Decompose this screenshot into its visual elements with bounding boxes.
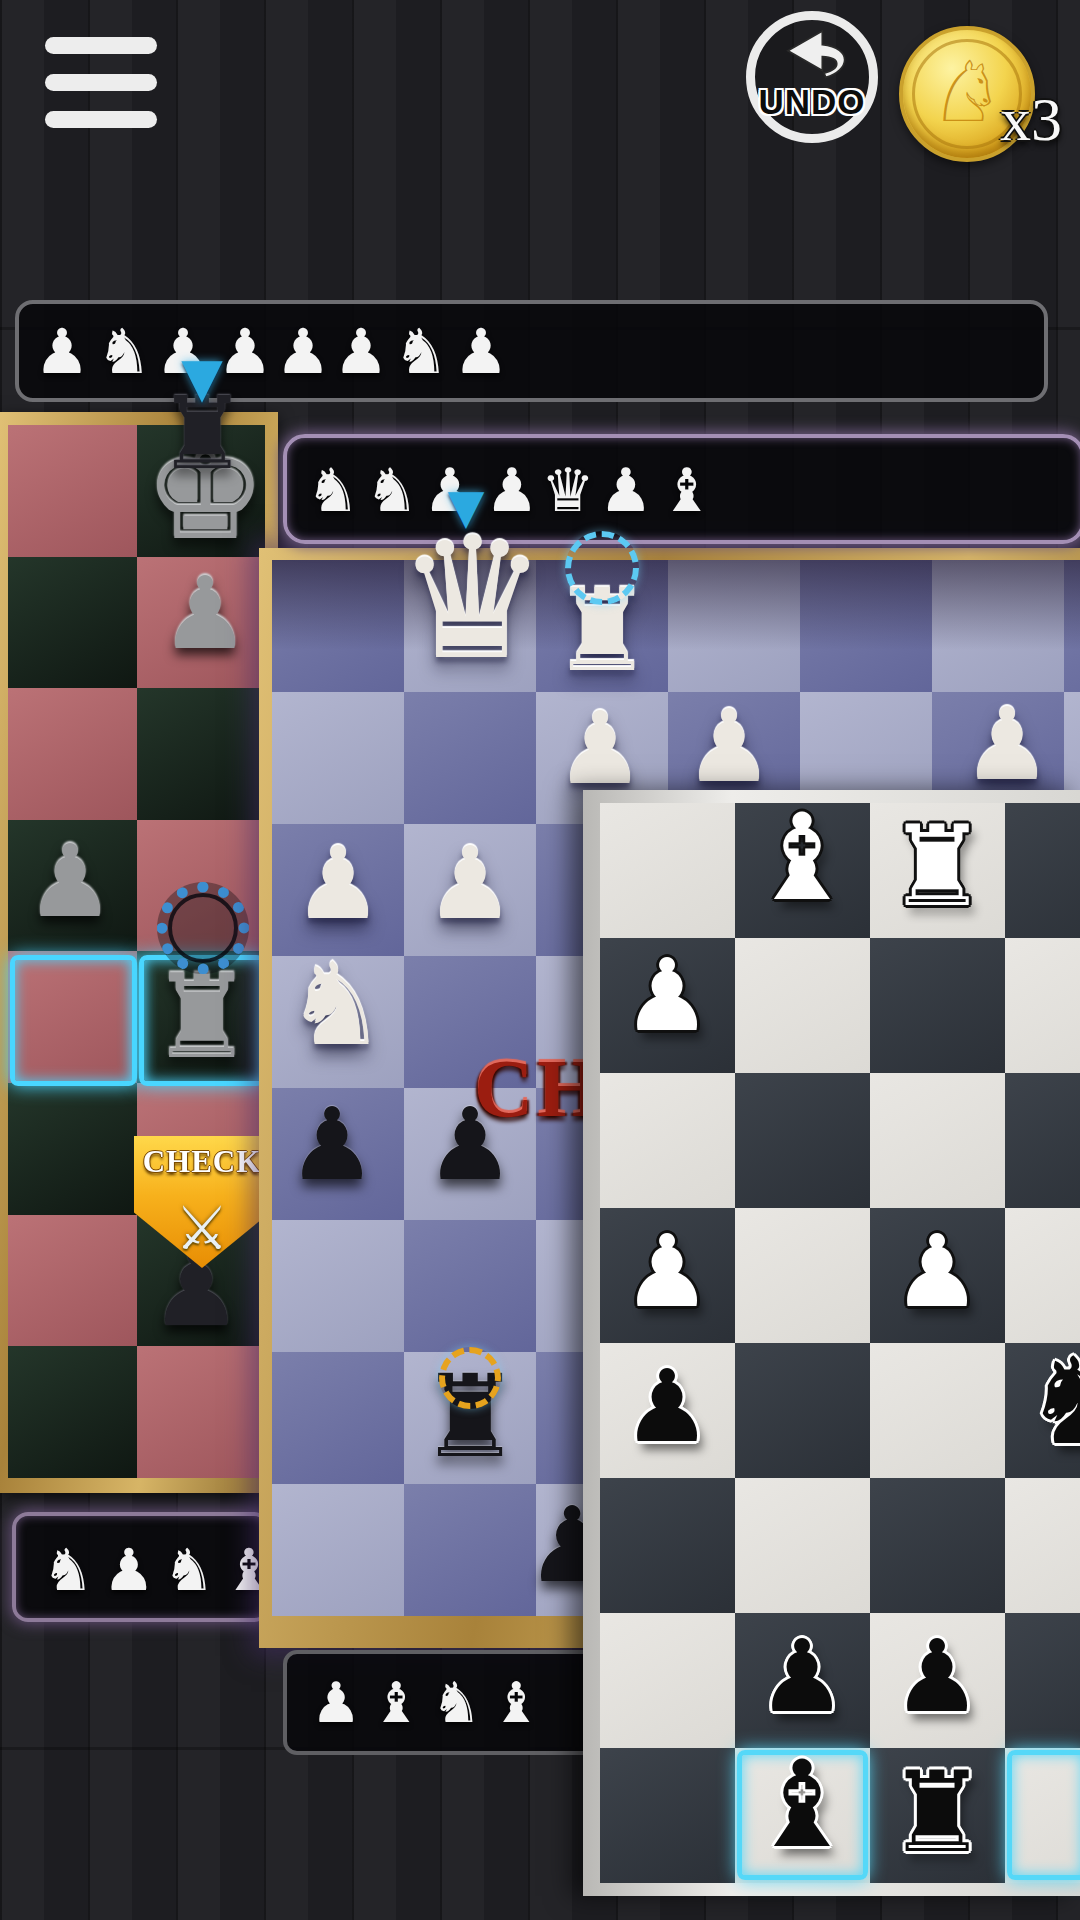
foreground-board-square-r3c1[interactable] bbox=[600, 1073, 735, 1208]
captured-pawn-icon: ♟ bbox=[599, 460, 653, 520]
black-pawn[interactable]: ♟ bbox=[622, 1357, 712, 1457]
white-pawn[interactable]: ♟ bbox=[622, 1222, 712, 1322]
captured-pawn-icon: ♟ bbox=[103, 1541, 155, 1599]
captured-bishop-icon: ♝ bbox=[660, 460, 714, 520]
foreground-board-square-r1c4[interactable] bbox=[1005, 803, 1080, 938]
foreground-board-square-r5c3[interactable] bbox=[870, 1343, 1005, 1478]
foreground-board-square-r3c3[interactable] bbox=[870, 1073, 1005, 1208]
background-board-square-r8c1[interactable] bbox=[8, 1346, 137, 1478]
check-badge-label: CHECK bbox=[134, 1144, 270, 1180]
captured-bishop-icon: ♝ bbox=[371, 1675, 421, 1731]
middle-board-square-r8c1[interactable] bbox=[272, 1484, 404, 1616]
target-ring-black-rook bbox=[439, 1347, 501, 1409]
white-pawn[interactable]: ♟ bbox=[892, 1222, 982, 1322]
white-pawn[interactable]: ♟ bbox=[160, 564, 250, 664]
captured-pawn-icon: ♟ bbox=[453, 321, 509, 383]
foreground-board-square-r4c2[interactable] bbox=[735, 1208, 870, 1343]
middle-board-square-r1c7[interactable] bbox=[1064, 560, 1080, 692]
black-pawn[interactable]: ♟ bbox=[757, 1627, 847, 1727]
foreground-board-square-r6c4[interactable] bbox=[1005, 1478, 1080, 1613]
menu-button[interactable] bbox=[45, 37, 157, 148]
foreground-board-square-r2c3[interactable] bbox=[870, 938, 1005, 1073]
captured-knight-icon: ♞ bbox=[431, 1675, 481, 1731]
black-knight[interactable]: ♞ bbox=[1023, 1342, 1080, 1462]
white-rook[interactable]: ♜ bbox=[887, 810, 987, 922]
white-bishop[interactable]: ♝ bbox=[748, 798, 856, 918]
middle-board-square-r1c5[interactable] bbox=[800, 560, 932, 692]
foreground-board-square-r3c2[interactable] bbox=[735, 1073, 870, 1208]
black-pawn[interactable]: ♟ bbox=[287, 1095, 377, 1195]
captured-knight-icon: ♞ bbox=[306, 460, 360, 520]
foreground-board-square-r2c2[interactable] bbox=[735, 938, 870, 1073]
black-rook[interactable]: ♜ bbox=[887, 1756, 987, 1868]
black-rook[interactable]: ♜ bbox=[150, 959, 254, 1075]
captured-knight-icon: ♞ bbox=[393, 321, 449, 383]
highlight-square-fg-right bbox=[1007, 1750, 1080, 1880]
black-bishop[interactable]: ♝ bbox=[748, 1745, 856, 1865]
drop-arrow-background: ▼ bbox=[181, 351, 223, 405]
middle-board-square-r1c6[interactable] bbox=[932, 560, 1064, 692]
undo-arrow-icon bbox=[769, 26, 855, 88]
foreground-board-square-r6c3[interactable] bbox=[870, 1478, 1005, 1613]
middle-board-square-r6c2[interactable] bbox=[404, 1220, 536, 1352]
white-pawn[interactable]: ♟ bbox=[555, 699, 645, 799]
captured-pawn-icon: ♟ bbox=[311, 1675, 361, 1731]
background-board-square-r8c2[interactable] bbox=[137, 1346, 266, 1478]
white-pawn[interactable]: ♟ bbox=[293, 834, 383, 934]
foreground-board-square-r4c4[interactable] bbox=[1005, 1208, 1080, 1343]
middle-board-square-r6c1[interactable] bbox=[272, 1220, 404, 1352]
menu-bar bbox=[45, 111, 157, 128]
undo-label: UNDO bbox=[758, 82, 865, 122]
middle-board-square-r2c1[interactable] bbox=[272, 692, 404, 824]
white-knight[interactable]: ♞ bbox=[285, 948, 387, 1062]
white-pawn[interactable]: ♟ bbox=[622, 946, 712, 1046]
select-ring-black-rook bbox=[157, 882, 249, 974]
captured-knight-icon: ♞ bbox=[42, 1541, 94, 1599]
target-ring-white-rook bbox=[565, 531, 639, 605]
undo-button[interactable]: UNDO bbox=[746, 11, 878, 143]
white-queen[interactable]: ♛ bbox=[397, 515, 548, 683]
last-move-square-bg-from bbox=[10, 955, 137, 1086]
foreground-board-square-r1c1[interactable] bbox=[600, 803, 735, 938]
menu-bar bbox=[45, 37, 157, 54]
white-pawn[interactable]: ♟ bbox=[25, 832, 115, 932]
captured-pawn-icon: ♟ bbox=[275, 321, 331, 383]
captured-knight-icon: ♞ bbox=[96, 321, 152, 383]
crossed-swords-icon: ⚔ bbox=[175, 1198, 229, 1258]
foreground-board-square-r8c1[interactable] bbox=[600, 1748, 735, 1883]
background-board-square-r3c2[interactable] bbox=[137, 688, 266, 820]
middle-board-square-r1c1[interactable] bbox=[272, 560, 404, 692]
black-pawn[interactable]: ♟ bbox=[892, 1627, 982, 1727]
foreground-board-square-r2c4[interactable] bbox=[1005, 938, 1080, 1073]
background-board-square-r6c1[interactable] bbox=[8, 1083, 137, 1215]
background-board-square-r2c1[interactable] bbox=[8, 557, 137, 689]
captured-bishop-icon: ♝ bbox=[491, 1675, 541, 1731]
captured-queen-icon: ♛ bbox=[541, 460, 595, 520]
coin-knight-icon: ♘ bbox=[929, 50, 1004, 134]
middle-board-square-r7c1[interactable] bbox=[272, 1352, 404, 1484]
middle-board-square-r2c2[interactable] bbox=[404, 692, 536, 824]
middle-board-square-r8c2[interactable] bbox=[404, 1484, 536, 1616]
foreground-board-square-r5c2[interactable] bbox=[735, 1343, 870, 1478]
foreground-board-square-r6c1[interactable] bbox=[600, 1478, 735, 1613]
menu-bar bbox=[45, 74, 157, 91]
foreground-board-square-r7c1[interactable] bbox=[600, 1613, 735, 1748]
middle-board-square-r1c4[interactable] bbox=[668, 560, 800, 692]
captured-pawn-icon: ♟ bbox=[333, 321, 389, 383]
captured-knight-icon: ♞ bbox=[163, 1541, 215, 1599]
background-board-square-r7c1[interactable] bbox=[8, 1215, 137, 1347]
coin-multiplier: x3 bbox=[1000, 84, 1062, 155]
white-pawn[interactable]: ♟ bbox=[425, 834, 515, 934]
white-pawn[interactable]: ♟ bbox=[962, 695, 1052, 795]
white-pawn[interactable]: ♟ bbox=[684, 697, 774, 797]
foreground-board-square-r6c2[interactable] bbox=[735, 1478, 870, 1613]
background-board-square-r3c1[interactable] bbox=[8, 688, 137, 820]
background-board-square-r1c1[interactable] bbox=[8, 425, 137, 557]
captured-pawn-icon: ♟ bbox=[217, 321, 273, 383]
foreground-board-square-r3c4[interactable] bbox=[1005, 1073, 1080, 1208]
captured-pawn-icon: ♟ bbox=[34, 321, 90, 383]
drop-arrow-middle: ▼ bbox=[448, 482, 485, 530]
foreground-board-square-r7c4[interactable] bbox=[1005, 1613, 1080, 1748]
